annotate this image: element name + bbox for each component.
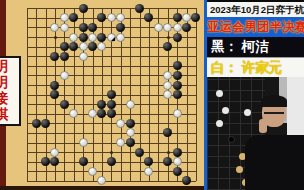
white-stone <box>116 33 125 42</box>
board-gridline <box>149 8 150 181</box>
board-gridline <box>196 8 197 181</box>
black-stone <box>173 90 182 99</box>
wallboard-stone <box>236 166 243 173</box>
bright-window <box>287 77 304 137</box>
black-stone <box>173 61 182 70</box>
black-stone <box>60 100 69 109</box>
black-stone <box>182 23 191 32</box>
white-stone <box>60 71 69 80</box>
white-stone <box>163 81 172 90</box>
banner-char: 接 <box>0 91 8 107</box>
wallboard-stone <box>216 90 223 97</box>
white-stone <box>107 33 116 42</box>
white-stone <box>126 100 135 109</box>
black-stone <box>107 90 116 99</box>
black-stone <box>135 148 144 157</box>
player-hair <box>261 95 287 107</box>
banner-char: 明 <box>0 59 8 75</box>
player-photo <box>207 77 304 190</box>
white-stone <box>79 42 88 51</box>
white-stone <box>88 33 97 42</box>
white-stone <box>173 23 182 32</box>
side-watermark-text: 明明接棋 <box>0 59 8 123</box>
wallboard-stone <box>222 107 229 114</box>
black-stone <box>41 119 50 128</box>
black-player-bar: 黑： 柯洁 <box>207 37 304 57</box>
white-player-bar: 白： 许家元 <box>207 57 304 77</box>
board-gridline <box>27 171 196 172</box>
board-gridline <box>158 8 159 181</box>
wallboard-stone <box>244 109 251 116</box>
white-stone <box>60 23 69 32</box>
board-gridline <box>27 123 196 124</box>
board-gridline <box>130 8 131 181</box>
side-watermark-banner: 明明接棋 <box>0 56 21 126</box>
black-stone <box>97 33 106 42</box>
black-stone <box>32 119 41 128</box>
white-stone <box>173 157 182 166</box>
broadcast-frame: 明明接棋 2023年10月2日弈于杭州 亚运会男团半决赛 黑： 柯洁 白： 许家… <box>0 0 304 190</box>
white-stone <box>69 33 78 42</box>
black-stone <box>126 119 135 128</box>
black-stone <box>173 13 182 22</box>
black-stone <box>79 157 88 166</box>
white-stone <box>154 23 163 32</box>
player-hand <box>259 119 267 133</box>
player-body <box>245 135 304 190</box>
black-stone <box>60 52 69 61</box>
black-stone <box>107 157 116 166</box>
white-stone <box>88 167 97 176</box>
info-panel: 2023年10月2日弈于杭州 亚运会男团半决赛 黑： 柯洁 白： 许家元 <box>204 0 304 190</box>
black-stone <box>173 33 182 42</box>
white-label: 白： <box>211 60 238 75</box>
white-stone <box>116 119 125 128</box>
black-player-name: 柯洁 <box>242 39 269 54</box>
date-bar: 2023年10月2日弈于杭州 <box>207 0 304 17</box>
white-stone <box>79 52 88 61</box>
black-stone <box>135 4 144 13</box>
white-stone <box>50 148 59 157</box>
black-stone <box>173 71 182 80</box>
event-bar: 亚运会男团半决赛 <box>207 17 304 37</box>
board-bottom-edge <box>0 186 207 190</box>
black-stone <box>126 138 135 147</box>
wallboard-stone <box>228 136 235 143</box>
black-stone <box>60 42 69 51</box>
star-point <box>54 36 57 39</box>
star-point <box>167 36 170 39</box>
banner-char: 明 <box>0 75 8 91</box>
wallboard-stone <box>216 120 223 127</box>
black-stone <box>79 23 88 32</box>
white-stone <box>173 109 182 118</box>
last-move-marker-icon <box>111 37 115 41</box>
white-stone <box>79 138 88 147</box>
board-gridline <box>27 181 196 182</box>
black-stone <box>88 23 97 32</box>
black-stone <box>79 4 88 13</box>
black-stone <box>173 81 182 90</box>
white-player-name: 许家元 <box>242 60 283 75</box>
black-stone <box>173 148 182 157</box>
banner-char: 棋 <box>0 107 8 123</box>
black-stone <box>50 81 59 90</box>
player-glasses-icon <box>264 108 284 114</box>
black-stone <box>79 33 88 42</box>
black-label: 黑： <box>211 39 238 54</box>
star-point <box>167 151 170 154</box>
board-gridline <box>187 8 188 181</box>
board-gridline <box>27 143 196 144</box>
black-stone <box>173 167 182 176</box>
black-stone <box>107 100 116 109</box>
